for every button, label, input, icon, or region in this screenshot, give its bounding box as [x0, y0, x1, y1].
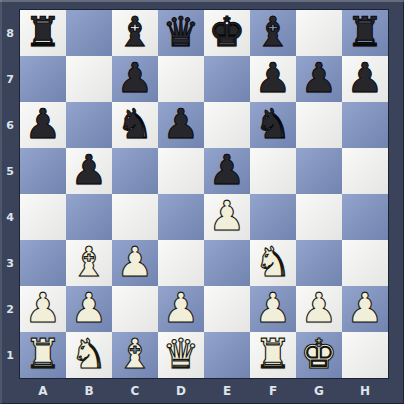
square-c2[interactable]: [112, 286, 158, 332]
square-e3[interactable]: [204, 240, 250, 286]
rank-label-8: 8: [0, 10, 20, 56]
square-g5[interactable]: [296, 148, 342, 194]
file-labels: ABCDEFGH: [20, 378, 388, 404]
rank-label-4: 4: [0, 194, 20, 240]
square-e7[interactable]: [204, 56, 250, 102]
chess-board-frame: 87654321 ♜♝♛♚♝♜♟♟♟♟♟♞♟♞♟♟♟♝♟♞♟♟♟♟♟♟♜♞♝♛♜…: [0, 0, 404, 404]
square-g6[interactable]: [296, 102, 342, 148]
square-e5[interactable]: ♟: [204, 148, 250, 194]
square-h1[interactable]: [342, 332, 388, 378]
square-a8[interactable]: ♜: [20, 10, 66, 56]
white-pawn-d2[interactable]: ♟: [163, 285, 200, 331]
square-b2[interactable]: ♟: [66, 286, 112, 332]
square-b5[interactable]: ♟: [66, 148, 112, 194]
board: ♜♝♛♚♝♜♟♟♟♟♟♞♟♞♟♟♟♝♟♞♟♟♟♟♟♟♜♞♝♛♜♚: [20, 10, 388, 378]
black-bishop-f8[interactable]: ♝: [255, 9, 292, 55]
square-c5[interactable]: [112, 148, 158, 194]
square-f6[interactable]: ♞: [250, 102, 296, 148]
square-e8[interactable]: ♚: [204, 10, 250, 56]
white-pawn-b2[interactable]: ♟: [71, 285, 108, 331]
square-d5[interactable]: [158, 148, 204, 194]
square-g8[interactable]: [296, 10, 342, 56]
square-g2[interactable]: ♟: [296, 286, 342, 332]
black-rook-h8[interactable]: ♜: [347, 9, 384, 55]
rank-label-5: 5: [0, 148, 20, 194]
square-a3[interactable]: [20, 240, 66, 286]
black-pawn-e5[interactable]: ♟: [209, 147, 246, 193]
square-f4[interactable]: [250, 194, 296, 240]
black-pawn-a6[interactable]: ♟: [25, 101, 62, 147]
file-label-c: C: [112, 378, 158, 404]
white-pawn-e4[interactable]: ♟: [209, 193, 246, 239]
white-knight-f3[interactable]: ♞: [255, 239, 292, 285]
square-e2[interactable]: [204, 286, 250, 332]
square-c4[interactable]: [112, 194, 158, 240]
square-f7[interactable]: ♟: [250, 56, 296, 102]
square-g1[interactable]: ♚: [296, 332, 342, 378]
square-a5[interactable]: [20, 148, 66, 194]
square-f8[interactable]: ♝: [250, 10, 296, 56]
white-rook-a1[interactable]: ♜: [25, 331, 62, 377]
square-g4[interactable]: [296, 194, 342, 240]
file-label-a: A: [20, 378, 66, 404]
black-pawn-g7[interactable]: ♟: [301, 55, 338, 101]
square-f2[interactable]: ♟: [250, 286, 296, 332]
square-d8[interactable]: ♛: [158, 10, 204, 56]
square-d1[interactable]: ♛: [158, 332, 204, 378]
square-g7[interactable]: ♟: [296, 56, 342, 102]
white-rook-f1[interactable]: ♜: [255, 331, 292, 377]
white-bishop-b3[interactable]: ♝: [71, 239, 108, 285]
file-label-b: B: [66, 378, 112, 404]
file-label-h: H: [342, 378, 388, 404]
square-a1[interactable]: ♜: [20, 332, 66, 378]
white-pawn-g2[interactable]: ♟: [301, 285, 338, 331]
square-h5[interactable]: [342, 148, 388, 194]
square-d2[interactable]: ♟: [158, 286, 204, 332]
white-pawn-a2[interactable]: ♟: [25, 285, 62, 331]
file-label-d: D: [158, 378, 204, 404]
square-h8[interactable]: ♜: [342, 10, 388, 56]
square-c8[interactable]: ♝: [112, 10, 158, 56]
square-a4[interactable]: [20, 194, 66, 240]
white-bishop-c1[interactable]: ♝: [117, 331, 154, 377]
white-pawn-c3[interactable]: ♟: [117, 239, 154, 285]
square-f5[interactable]: [250, 148, 296, 194]
square-b3[interactable]: ♝: [66, 240, 112, 286]
square-f1[interactable]: ♜: [250, 332, 296, 378]
file-label-e: E: [204, 378, 250, 404]
square-b8[interactable]: [66, 10, 112, 56]
black-pawn-b5[interactable]: ♟: [71, 147, 108, 193]
square-d7[interactable]: [158, 56, 204, 102]
white-knight-b1[interactable]: ♞: [71, 331, 108, 377]
square-c1[interactable]: ♝: [112, 332, 158, 378]
square-a7[interactable]: [20, 56, 66, 102]
square-h6[interactable]: [342, 102, 388, 148]
square-c6[interactable]: ♞: [112, 102, 158, 148]
square-g3[interactable]: [296, 240, 342, 286]
square-e4[interactable]: ♟: [204, 194, 250, 240]
file-label-f: F: [250, 378, 296, 404]
square-e6[interactable]: [204, 102, 250, 148]
square-d3[interactable]: [158, 240, 204, 286]
white-pawn-h2[interactable]: ♟: [347, 285, 384, 331]
rank-label-3: 3: [0, 240, 20, 286]
black-pawn-c7[interactable]: ♟: [117, 55, 154, 101]
black-rook-a8[interactable]: ♜: [25, 9, 62, 55]
square-b6[interactable]: [66, 102, 112, 148]
square-h4[interactable]: [342, 194, 388, 240]
square-d6[interactable]: ♟: [158, 102, 204, 148]
rank-label-7: 7: [0, 56, 20, 102]
file-label-g: G: [296, 378, 342, 404]
square-c3[interactable]: ♟: [112, 240, 158, 286]
black-knight-c6[interactable]: ♞: [117, 101, 154, 147]
black-king-e8[interactable]: ♚: [209, 9, 246, 55]
black-pawn-d6[interactable]: ♟: [163, 101, 200, 147]
square-h2[interactable]: ♟: [342, 286, 388, 332]
square-d4[interactable]: [158, 194, 204, 240]
black-pawn-h7[interactable]: ♟: [347, 55, 384, 101]
black-bishop-c8[interactable]: ♝: [117, 9, 154, 55]
rank-label-2: 2: [0, 286, 20, 332]
rank-label-1: 1: [0, 332, 20, 378]
square-c7[interactable]: ♟: [112, 56, 158, 102]
black-pawn-f7[interactable]: ♟: [255, 55, 292, 101]
black-queen-d8[interactable]: ♛: [163, 9, 200, 55]
square-b4[interactable]: [66, 194, 112, 240]
square-a6[interactable]: ♟: [20, 102, 66, 148]
square-b7[interactable]: [66, 56, 112, 102]
square-b1[interactable]: ♞: [66, 332, 112, 378]
rank-label-6: 6: [0, 102, 20, 148]
square-e1[interactable]: [204, 332, 250, 378]
white-pawn-f2[interactable]: ♟: [255, 285, 292, 331]
square-h7[interactable]: ♟: [342, 56, 388, 102]
rank-labels: 87654321: [0, 10, 20, 378]
square-h3[interactable]: [342, 240, 388, 286]
white-queen-d1[interactable]: ♛: [163, 331, 200, 377]
square-a2[interactable]: ♟: [20, 286, 66, 332]
square-f3[interactable]: ♞: [250, 240, 296, 286]
white-king-g1[interactable]: ♚: [301, 331, 338, 377]
black-knight-f6[interactable]: ♞: [255, 101, 292, 147]
